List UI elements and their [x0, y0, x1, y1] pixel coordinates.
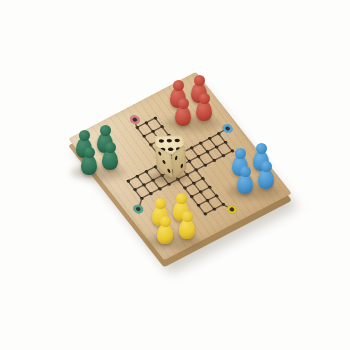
green-peg[interactable] — [102, 150, 118, 170]
die-pip — [158, 139, 164, 143]
yellow-peg[interactable] — [179, 219, 195, 239]
blue-peg[interactable] — [237, 174, 253, 194]
yellow-start-ring — [225, 204, 239, 216]
die-pip — [174, 138, 180, 142]
die-pip — [180, 162, 183, 168]
yellow-peg[interactable] — [157, 224, 173, 244]
red-cluster-shadow — [165, 116, 219, 131]
die-pip — [174, 155, 177, 161]
die[interactable] — [150, 131, 190, 183]
blue-cluster-shadow — [227, 184, 281, 199]
die-pip — [162, 159, 165, 164]
product-photo-scene — [0, 0, 350, 350]
green-peg[interactable] — [81, 155, 97, 175]
die-pip — [158, 150, 161, 155]
blue-start-ring — [221, 122, 235, 134]
green-start-ring — [131, 203, 145, 215]
die-pip — [166, 138, 172, 142]
green-cluster-shadow — [71, 165, 125, 180]
die-pip — [167, 168, 170, 173]
red-peg[interactable] — [196, 101, 212, 121]
blue-peg[interactable] — [258, 169, 274, 189]
red-start-ring — [128, 114, 142, 126]
die-pip — [167, 147, 173, 151]
red-peg[interactable] — [175, 106, 191, 126]
